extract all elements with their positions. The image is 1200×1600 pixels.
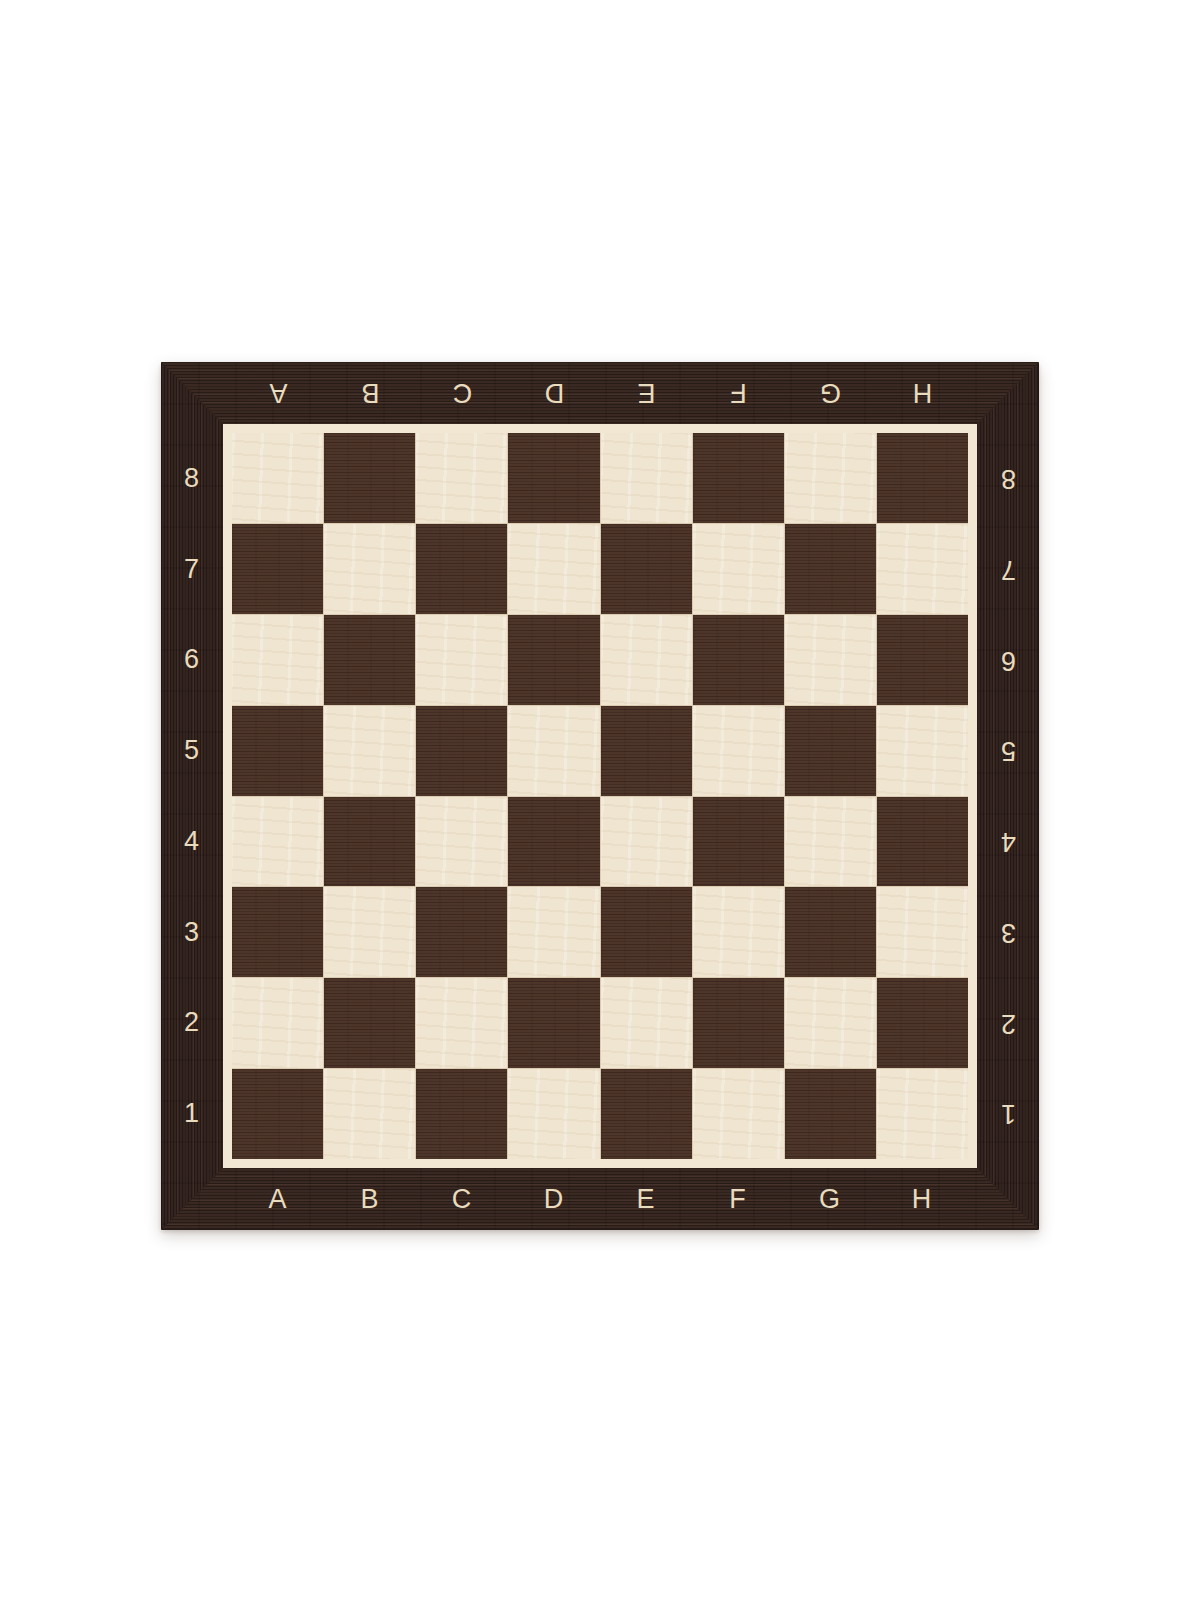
square-b1[interactable] xyxy=(324,1069,415,1159)
square-c1[interactable] xyxy=(416,1069,507,1159)
square-f2[interactable] xyxy=(693,978,784,1068)
file-label-a-bottom: A xyxy=(232,1168,324,1230)
square-e3[interactable] xyxy=(601,887,692,977)
square-h8[interactable] xyxy=(877,433,968,523)
square-d4[interactable] xyxy=(508,797,599,887)
board-inner-border xyxy=(223,424,977,1168)
square-e4[interactable] xyxy=(601,797,692,887)
square-a6[interactable] xyxy=(232,615,323,705)
square-g2[interactable] xyxy=(785,978,876,1068)
square-a3[interactable] xyxy=(232,887,323,977)
square-a5[interactable] xyxy=(232,706,323,796)
rank-label-4-left: 4 xyxy=(161,796,223,887)
board-frame-right: 87654321 xyxy=(977,362,1039,1230)
square-f6[interactable] xyxy=(693,615,784,705)
square-c3[interactable] xyxy=(416,887,507,977)
chessboard: ABCDEFGH ABCDEFGH 87654321 87654321 xyxy=(161,362,1039,1230)
square-f8[interactable] xyxy=(693,433,784,523)
rank-label-7-right: 7 xyxy=(977,524,1039,615)
square-d1[interactable] xyxy=(508,1069,599,1159)
square-g3[interactable] xyxy=(785,887,876,977)
square-d6[interactable] xyxy=(508,615,599,705)
square-f3[interactable] xyxy=(693,887,784,977)
file-label-f-top: F xyxy=(692,362,784,424)
file-label-g-top: G xyxy=(784,362,876,424)
file-label-d-top: D xyxy=(508,362,600,424)
square-h4[interactable] xyxy=(877,797,968,887)
file-label-c-bottom: C xyxy=(416,1168,508,1230)
square-h6[interactable] xyxy=(877,615,968,705)
square-b4[interactable] xyxy=(324,797,415,887)
file-label-c-top: C xyxy=(416,362,508,424)
square-e1[interactable] xyxy=(601,1069,692,1159)
square-g7[interactable] xyxy=(785,524,876,614)
square-b3[interactable] xyxy=(324,887,415,977)
square-c5[interactable] xyxy=(416,706,507,796)
square-a8[interactable] xyxy=(232,433,323,523)
file-label-h-bottom: H xyxy=(876,1168,968,1230)
rank-label-2-left: 2 xyxy=(161,978,223,1069)
square-c4[interactable] xyxy=(416,797,507,887)
square-d3[interactable] xyxy=(508,887,599,977)
square-g8[interactable] xyxy=(785,433,876,523)
square-b8[interactable] xyxy=(324,433,415,523)
square-b7[interactable] xyxy=(324,524,415,614)
board-grid xyxy=(232,433,968,1159)
square-h7[interactable] xyxy=(877,524,968,614)
square-f7[interactable] xyxy=(693,524,784,614)
square-e7[interactable] xyxy=(601,524,692,614)
square-c7[interactable] xyxy=(416,524,507,614)
square-g5[interactable] xyxy=(785,706,876,796)
square-a7[interactable] xyxy=(232,524,323,614)
rank-label-5-left: 5 xyxy=(161,705,223,796)
square-f5[interactable] xyxy=(693,706,784,796)
rank-label-2-right: 2 xyxy=(977,978,1039,1069)
rank-label-7-left: 7 xyxy=(161,524,223,615)
rank-label-6-right: 6 xyxy=(977,615,1039,706)
square-g1[interactable] xyxy=(785,1069,876,1159)
file-label-e-top: E xyxy=(600,362,692,424)
square-b2[interactable] xyxy=(324,978,415,1068)
square-c6[interactable] xyxy=(416,615,507,705)
square-b6[interactable] xyxy=(324,615,415,705)
square-g4[interactable] xyxy=(785,797,876,887)
square-a1[interactable] xyxy=(232,1069,323,1159)
board-frame-bottom: ABCDEFGH xyxy=(161,1168,1039,1230)
square-f1[interactable] xyxy=(693,1069,784,1159)
rank-label-8-right: 8 xyxy=(977,433,1039,524)
square-c8[interactable] xyxy=(416,433,507,523)
square-g6[interactable] xyxy=(785,615,876,705)
square-d7[interactable] xyxy=(508,524,599,614)
rank-label-3-right: 3 xyxy=(977,887,1039,978)
square-h3[interactable] xyxy=(877,887,968,977)
rank-label-5-right: 5 xyxy=(977,705,1039,796)
square-h1[interactable] xyxy=(877,1069,968,1159)
square-d2[interactable] xyxy=(508,978,599,1068)
square-e2[interactable] xyxy=(601,978,692,1068)
rank-label-6-left: 6 xyxy=(161,615,223,706)
rank-label-8-left: 8 xyxy=(161,433,223,524)
square-e5[interactable] xyxy=(601,706,692,796)
board-frame-top: ABCDEFGH xyxy=(161,362,1039,424)
square-d5[interactable] xyxy=(508,706,599,796)
file-label-a-top: A xyxy=(232,362,324,424)
file-label-f-bottom: F xyxy=(692,1168,784,1230)
file-label-g-bottom: G xyxy=(784,1168,876,1230)
rank-label-1-right: 1 xyxy=(977,1068,1039,1159)
file-label-d-bottom: D xyxy=(508,1168,600,1230)
square-e6[interactable] xyxy=(601,615,692,705)
square-f4[interactable] xyxy=(693,797,784,887)
file-label-b-top: B xyxy=(324,362,416,424)
rank-label-1-left: 1 xyxy=(161,1068,223,1159)
square-a4[interactable] xyxy=(232,797,323,887)
square-a2[interactable] xyxy=(232,978,323,1068)
square-b5[interactable] xyxy=(324,706,415,796)
square-e8[interactable] xyxy=(601,433,692,523)
file-label-h-top: H xyxy=(876,362,968,424)
square-h2[interactable] xyxy=(877,978,968,1068)
square-d8[interactable] xyxy=(508,433,599,523)
square-c2[interactable] xyxy=(416,978,507,1068)
square-h5[interactable] xyxy=(877,706,968,796)
rank-label-3-left: 3 xyxy=(161,887,223,978)
rank-label-4-right: 4 xyxy=(977,796,1039,887)
file-label-b-bottom: B xyxy=(324,1168,416,1230)
file-label-e-bottom: E xyxy=(600,1168,692,1230)
board-frame-left: 87654321 xyxy=(161,362,223,1230)
